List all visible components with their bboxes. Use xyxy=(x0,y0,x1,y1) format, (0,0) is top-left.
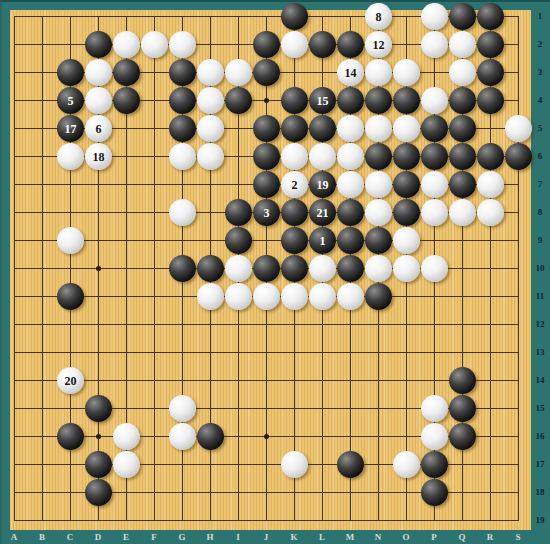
white-stone-l10 xyxy=(309,255,336,282)
black-stone-m2 xyxy=(337,31,364,58)
black-stone-o7 xyxy=(393,171,420,198)
white-stone-i10 xyxy=(225,255,252,282)
black-stone-q4 xyxy=(449,87,476,114)
black-stone-h16 xyxy=(197,423,224,450)
black-stone-g10 xyxy=(169,255,196,282)
white-stone-q2 xyxy=(449,31,476,58)
white-stone-i3 xyxy=(225,59,252,86)
black-stone-j7 xyxy=(253,171,280,198)
black-stone-c5: 17 xyxy=(57,115,84,142)
black-stone-r3 xyxy=(477,59,504,86)
hoshi-point xyxy=(264,98,269,103)
black-stone-j8: 3 xyxy=(253,199,280,226)
black-stone-l7: 19 xyxy=(309,171,336,198)
black-stone-i9 xyxy=(225,227,252,254)
black-stone-n4 xyxy=(365,87,392,114)
black-stone-p5 xyxy=(421,115,448,142)
black-stone-j3 xyxy=(253,59,280,86)
black-stone-o8 xyxy=(393,199,420,226)
row-label-16: 16 xyxy=(531,431,549,441)
move-number-label: 18 xyxy=(93,151,105,163)
grid-line-horizontal xyxy=(14,324,519,325)
white-stone-d6: 18 xyxy=(85,143,112,170)
black-stone-j2 xyxy=(253,31,280,58)
white-stone-c14: 20 xyxy=(57,367,84,394)
white-stone-h3 xyxy=(197,59,224,86)
black-stone-g5 xyxy=(169,115,196,142)
grid-line-vertical xyxy=(518,16,519,521)
row-label-10: 10 xyxy=(531,263,549,273)
white-stone-p7 xyxy=(421,171,448,198)
black-stone-l9: 1 xyxy=(309,227,336,254)
white-stone-g6 xyxy=(169,143,196,170)
black-stone-q5 xyxy=(449,115,476,142)
row-label-11: 11 xyxy=(531,291,549,301)
move-number-label: 6 xyxy=(96,123,102,135)
white-stone-n2: 12 xyxy=(365,31,392,58)
white-stone-m11 xyxy=(337,283,364,310)
white-stone-p4 xyxy=(421,87,448,114)
black-stone-c3 xyxy=(57,59,84,86)
black-stone-q6 xyxy=(449,143,476,170)
white-stone-k6 xyxy=(281,143,308,170)
black-stone-n6 xyxy=(365,143,392,170)
white-stone-q8 xyxy=(449,199,476,226)
white-stone-h11 xyxy=(197,283,224,310)
white-stone-i11 xyxy=(225,283,252,310)
row-label-8: 8 xyxy=(531,207,549,217)
hoshi-point xyxy=(264,434,269,439)
row-label-4: 4 xyxy=(531,95,549,105)
black-stone-l8: 21 xyxy=(309,199,336,226)
white-stone-d4 xyxy=(85,87,112,114)
black-stone-j10 xyxy=(253,255,280,282)
white-stone-d5: 6 xyxy=(85,115,112,142)
column-label-e: E xyxy=(118,532,134,542)
white-stone-n8 xyxy=(365,199,392,226)
white-stone-m3: 14 xyxy=(337,59,364,86)
white-stone-l6 xyxy=(309,143,336,170)
white-stone-f2 xyxy=(141,31,168,58)
white-stone-h6 xyxy=(197,143,224,170)
column-label-h: H xyxy=(202,532,218,542)
row-label-17: 17 xyxy=(531,459,549,469)
white-stone-p10 xyxy=(421,255,448,282)
column-label-q: Q xyxy=(454,532,470,542)
row-label-5: 5 xyxy=(531,123,549,133)
move-number-label: 3 xyxy=(264,207,270,219)
white-stone-q3 xyxy=(449,59,476,86)
black-stone-d2 xyxy=(85,31,112,58)
white-stone-n5 xyxy=(365,115,392,142)
white-stone-c6 xyxy=(57,143,84,170)
go-board[interactable]: 8121451517618219321120 xyxy=(10,10,531,530)
white-stone-n10 xyxy=(365,255,392,282)
column-label-g: G xyxy=(174,532,190,542)
black-stone-r6 xyxy=(477,143,504,170)
white-stone-o10 xyxy=(393,255,420,282)
black-stone-k8 xyxy=(281,199,308,226)
white-stone-e2 xyxy=(113,31,140,58)
white-stone-o9 xyxy=(393,227,420,254)
hoshi-point xyxy=(96,434,101,439)
black-stone-k1 xyxy=(281,3,308,30)
white-stone-o5 xyxy=(393,115,420,142)
black-stone-q16 xyxy=(449,423,476,450)
black-stone-p6 xyxy=(421,143,448,170)
black-stone-l4: 15 xyxy=(309,87,336,114)
black-stone-n9 xyxy=(365,227,392,254)
column-label-s: S xyxy=(510,532,526,542)
white-stone-m5 xyxy=(337,115,364,142)
white-stone-n7 xyxy=(365,171,392,198)
column-label-f: F xyxy=(146,532,162,542)
go-game-window: 8121451517618219321120 ABCDEFGHIJKLMNOPQ… xyxy=(0,0,550,544)
black-stone-q15 xyxy=(449,395,476,422)
black-stone-q7 xyxy=(449,171,476,198)
move-number-label: 17 xyxy=(65,123,77,135)
black-stone-r1 xyxy=(477,3,504,30)
black-stone-d18 xyxy=(85,479,112,506)
white-stone-g2 xyxy=(169,31,196,58)
move-number-label: 5 xyxy=(68,95,74,107)
black-stone-d17 xyxy=(85,451,112,478)
move-number-label: 14 xyxy=(345,67,357,79)
black-stone-h10 xyxy=(197,255,224,282)
white-stone-o17 xyxy=(393,451,420,478)
white-stone-p2 xyxy=(421,31,448,58)
move-number-label: 1 xyxy=(320,235,326,247)
black-stone-o6 xyxy=(393,143,420,170)
white-stone-g8 xyxy=(169,199,196,226)
white-stone-p8 xyxy=(421,199,448,226)
white-stone-k2 xyxy=(281,31,308,58)
black-stone-s6 xyxy=(505,143,532,170)
white-stone-d3 xyxy=(85,59,112,86)
column-label-r: R xyxy=(482,532,498,542)
black-stone-k5 xyxy=(281,115,308,142)
black-stone-k9 xyxy=(281,227,308,254)
black-stone-p18 xyxy=(421,479,448,506)
white-stone-r7 xyxy=(477,171,504,198)
black-stone-o4 xyxy=(393,87,420,114)
move-number-label: 15 xyxy=(317,95,329,107)
black-stone-j5 xyxy=(253,115,280,142)
white-stone-g15 xyxy=(169,395,196,422)
column-label-m: M xyxy=(342,532,358,542)
black-stone-m10 xyxy=(337,255,364,282)
white-stone-p16 xyxy=(421,423,448,450)
move-number-label: 20 xyxy=(65,375,77,387)
white-stone-l11 xyxy=(309,283,336,310)
white-stone-g16 xyxy=(169,423,196,450)
black-stone-m17 xyxy=(337,451,364,478)
column-label-j: J xyxy=(258,532,274,542)
white-stone-m7 xyxy=(337,171,364,198)
white-stone-e17 xyxy=(113,451,140,478)
move-number-label: 2 xyxy=(292,179,298,191)
black-stone-k4 xyxy=(281,87,308,114)
black-stone-c4: 5 xyxy=(57,87,84,114)
column-label-c: C xyxy=(62,532,78,542)
column-label-p: P xyxy=(426,532,442,542)
white-stone-j11 xyxy=(253,283,280,310)
white-stone-k17 xyxy=(281,451,308,478)
row-label-18: 18 xyxy=(531,487,549,497)
white-stone-h5 xyxy=(197,115,224,142)
row-label-13: 13 xyxy=(531,347,549,357)
move-number-label: 8 xyxy=(376,11,382,23)
column-label-k: K xyxy=(286,532,302,542)
black-stone-d15 xyxy=(85,395,112,422)
row-label-3: 3 xyxy=(531,67,549,77)
black-stone-g3 xyxy=(169,59,196,86)
black-stone-e4 xyxy=(113,87,140,114)
white-stone-e16 xyxy=(113,423,140,450)
grid-line-horizontal xyxy=(14,380,519,381)
white-stone-c9 xyxy=(57,227,84,254)
white-stone-r8 xyxy=(477,199,504,226)
white-stone-s5 xyxy=(505,115,532,142)
black-stone-j6 xyxy=(253,143,280,170)
row-label-12: 12 xyxy=(531,319,549,329)
white-stone-o3 xyxy=(393,59,420,86)
hoshi-point xyxy=(96,266,101,271)
move-number-label: 19 xyxy=(317,179,329,191)
black-stone-g4 xyxy=(169,87,196,114)
black-stone-k10 xyxy=(281,255,308,282)
row-label-7: 7 xyxy=(531,179,549,189)
black-stone-m4 xyxy=(337,87,364,114)
white-stone-n1: 8 xyxy=(365,3,392,30)
black-stone-l2 xyxy=(309,31,336,58)
black-stone-p17 xyxy=(421,451,448,478)
white-stone-p15 xyxy=(421,395,448,422)
white-stone-h4 xyxy=(197,87,224,114)
white-stone-k7: 2 xyxy=(281,171,308,198)
row-label-9: 9 xyxy=(531,235,549,245)
row-label-1: 1 xyxy=(531,11,549,21)
row-label-6: 6 xyxy=(531,151,549,161)
move-number-label: 21 xyxy=(317,207,329,219)
row-label-15: 15 xyxy=(531,403,549,413)
black-stone-m8 xyxy=(337,199,364,226)
black-stone-e3 xyxy=(113,59,140,86)
column-label-i: I xyxy=(230,532,246,542)
grid-line-horizontal xyxy=(14,520,519,521)
white-stone-k11 xyxy=(281,283,308,310)
black-stone-c11 xyxy=(57,283,84,310)
black-stone-r4 xyxy=(477,87,504,114)
row-label-2: 2 xyxy=(531,39,549,49)
black-stone-i4 xyxy=(225,87,252,114)
move-number-label: 12 xyxy=(373,39,385,51)
column-label-b: B xyxy=(34,532,50,542)
black-stone-i8 xyxy=(225,199,252,226)
black-stone-m9 xyxy=(337,227,364,254)
row-label-14: 14 xyxy=(531,375,549,385)
column-label-n: N xyxy=(370,532,386,542)
white-stone-n3 xyxy=(365,59,392,86)
black-stone-q1 xyxy=(449,3,476,30)
black-stone-n11 xyxy=(365,283,392,310)
grid-line-horizontal xyxy=(14,352,519,353)
black-stone-c16 xyxy=(57,423,84,450)
black-stone-r2 xyxy=(477,31,504,58)
row-label-19: 19 xyxy=(531,515,549,525)
column-label-d: D xyxy=(90,532,106,542)
column-label-o: O xyxy=(398,532,414,542)
black-stone-l5 xyxy=(309,115,336,142)
white-stone-m6 xyxy=(337,143,364,170)
column-label-a: A xyxy=(6,532,22,542)
black-stone-q14 xyxy=(449,367,476,394)
white-stone-p1 xyxy=(421,3,448,30)
column-label-l: L xyxy=(314,532,330,542)
